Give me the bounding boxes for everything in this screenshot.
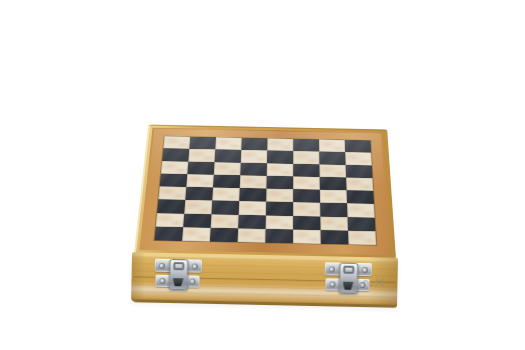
square-h7 [345, 152, 372, 165]
photo-background [0, 0, 525, 350]
square-d2 [238, 215, 266, 229]
square-g2 [320, 216, 348, 230]
square-a4 [158, 186, 186, 200]
square-g1 [321, 230, 349, 245]
square-f8 [293, 139, 319, 152]
screw-icon [159, 262, 165, 268]
lid-wood-frame [134, 125, 396, 259]
square-f4 [293, 189, 320, 203]
square-e5 [266, 176, 293, 189]
clasp-hasp [338, 263, 358, 294]
square-f7 [293, 151, 319, 164]
screw-icon [362, 267, 368, 273]
square-h5 [346, 177, 373, 190]
square-b8 [189, 137, 216, 150]
square-f5 [293, 176, 320, 189]
square-b7 [188, 149, 215, 162]
square-h3 [347, 203, 375, 217]
square-a2 [156, 213, 185, 227]
box-front-panel [131, 252, 398, 308]
square-f1 [293, 229, 321, 244]
clasp-hasp [168, 259, 188, 290]
screw-icon [189, 278, 195, 284]
checker-grid [154, 136, 376, 245]
square-e2 [266, 215, 293, 229]
square-c7 [215, 149, 242, 162]
screw-icon [329, 281, 335, 287]
left-clasp [154, 259, 202, 291]
square-d3 [239, 201, 266, 215]
square-f2 [293, 216, 320, 230]
square-g4 [320, 190, 347, 204]
square-h6 [346, 165, 373, 178]
square-d1 [238, 228, 266, 242]
square-c6 [214, 162, 241, 175]
square-h2 [348, 217, 376, 231]
square-g8 [319, 139, 345, 152]
marble-border [139, 128, 390, 256]
square-c5 [213, 175, 240, 188]
square-e6 [267, 163, 293, 176]
square-c2 [211, 214, 239, 228]
screw-icon [159, 278, 165, 284]
square-h8 [345, 140, 371, 153]
square-f6 [293, 164, 319, 177]
square-e4 [266, 189, 293, 203]
square-c1 [210, 228, 238, 242]
square-h1 [348, 231, 376, 246]
square-d6 [240, 162, 267, 175]
square-d8 [241, 138, 267, 151]
chess-box [131, 53, 402, 308]
square-a3 [157, 199, 185, 213]
square-e7 [267, 151, 293, 164]
square-e8 [267, 138, 293, 151]
square-e1 [265, 229, 293, 244]
board-lid [134, 125, 396, 259]
square-a6 [161, 161, 188, 174]
screw-icon [192, 263, 198, 269]
square-b3 [184, 200, 212, 214]
square-b1 [182, 227, 211, 241]
square-g5 [320, 177, 347, 190]
square-g7 [319, 152, 345, 165]
square-b4 [185, 187, 213, 201]
square-a7 [162, 148, 189, 161]
screw-icon [329, 266, 335, 272]
square-c8 [215, 137, 241, 150]
square-d5 [240, 175, 267, 188]
pen-mark [359, 274, 387, 292]
square-g6 [319, 164, 346, 177]
square-a5 [160, 173, 188, 186]
square-b5 [186, 174, 213, 187]
square-h4 [347, 190, 374, 204]
square-a8 [163, 136, 190, 149]
square-e3 [266, 202, 293, 216]
square-c3 [211, 201, 239, 215]
square-b6 [187, 161, 214, 174]
square-d7 [241, 150, 267, 163]
square-f3 [293, 202, 320, 216]
square-c4 [212, 187, 239, 201]
square-a1 [154, 226, 183, 240]
square-d4 [239, 188, 266, 202]
square-g3 [320, 203, 347, 217]
square-b2 [183, 213, 211, 227]
